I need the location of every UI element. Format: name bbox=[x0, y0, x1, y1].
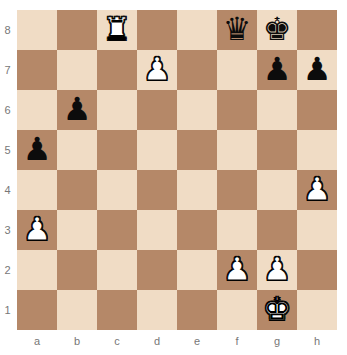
file-label-a: a bbox=[17, 331, 57, 351]
square-f3[interactable] bbox=[217, 210, 257, 250]
square-b8[interactable] bbox=[57, 10, 97, 50]
square-g2[interactable]: ♟ bbox=[257, 250, 297, 290]
square-g1[interactable]: ♚ bbox=[257, 290, 297, 330]
square-h3[interactable] bbox=[297, 210, 337, 250]
square-g7[interactable]: ♟ bbox=[257, 50, 297, 90]
rank-label-8: 8 bbox=[0, 10, 15, 50]
square-e7[interactable] bbox=[177, 50, 217, 90]
square-g8[interactable]: ♚ bbox=[257, 10, 297, 50]
square-c6[interactable] bbox=[97, 90, 137, 130]
rank-label-1: 1 bbox=[0, 290, 15, 330]
square-a5[interactable]: ♟ bbox=[17, 130, 57, 170]
square-d1[interactable] bbox=[137, 290, 177, 330]
square-b2[interactable] bbox=[57, 250, 97, 290]
square-a4[interactable] bbox=[17, 170, 57, 210]
square-h8[interactable] bbox=[297, 10, 337, 50]
square-e6[interactable] bbox=[177, 90, 217, 130]
piece-white-pawn[interactable]: ♟ bbox=[303, 173, 332, 205]
file-label-e: e bbox=[177, 331, 217, 351]
square-c8[interactable]: ♜ bbox=[97, 10, 137, 50]
file-label-f: f bbox=[217, 331, 257, 351]
square-f8[interactable]: ♛ bbox=[217, 10, 257, 50]
piece-white-pawn[interactable]: ♟ bbox=[223, 253, 252, 285]
square-f1[interactable] bbox=[217, 290, 257, 330]
piece-white-rook[interactable]: ♜ bbox=[103, 13, 132, 45]
square-f6[interactable] bbox=[217, 90, 257, 130]
square-e2[interactable] bbox=[177, 250, 217, 290]
square-b3[interactable] bbox=[57, 210, 97, 250]
rank-label-3: 3 bbox=[0, 210, 15, 250]
square-g3[interactable] bbox=[257, 210, 297, 250]
square-d4[interactable] bbox=[137, 170, 177, 210]
square-a3[interactable]: ♟ bbox=[17, 210, 57, 250]
square-d6[interactable] bbox=[137, 90, 177, 130]
rank-label-5: 5 bbox=[0, 130, 15, 170]
square-e1[interactable] bbox=[177, 290, 217, 330]
rank-label-7: 7 bbox=[0, 50, 15, 90]
square-c2[interactable] bbox=[97, 250, 137, 290]
square-e3[interactable] bbox=[177, 210, 217, 250]
chess-board-panel: 87654321 ♜♛♚♟♟♟♟♟♟♟♟♟♚ abcdefgh bbox=[0, 0, 347, 355]
file-label-b: b bbox=[57, 331, 97, 351]
square-b7[interactable] bbox=[57, 50, 97, 90]
piece-black-pawn[interactable]: ♟ bbox=[63, 93, 92, 125]
rank-label-4: 4 bbox=[0, 170, 15, 210]
square-a6[interactable] bbox=[17, 90, 57, 130]
file-label-c: c bbox=[97, 331, 137, 351]
square-h2[interactable] bbox=[297, 250, 337, 290]
square-g6[interactable] bbox=[257, 90, 297, 130]
square-c4[interactable] bbox=[97, 170, 137, 210]
square-f2[interactable]: ♟ bbox=[217, 250, 257, 290]
board: ♜♛♚♟♟♟♟♟♟♟♟♟♚ bbox=[17, 10, 337, 330]
square-d8[interactable] bbox=[137, 10, 177, 50]
piece-white-pawn[interactable]: ♟ bbox=[143, 53, 172, 85]
file-label-h: h bbox=[297, 331, 337, 351]
square-c1[interactable] bbox=[97, 290, 137, 330]
square-h1[interactable] bbox=[297, 290, 337, 330]
rank-label-2: 2 bbox=[0, 250, 15, 290]
square-b5[interactable] bbox=[57, 130, 97, 170]
piece-black-king[interactable]: ♚ bbox=[263, 13, 292, 45]
piece-white-king[interactable]: ♚ bbox=[263, 293, 292, 325]
file-label-d: d bbox=[137, 331, 177, 351]
piece-black-pawn[interactable]: ♟ bbox=[303, 53, 332, 85]
square-e5[interactable] bbox=[177, 130, 217, 170]
square-c5[interactable] bbox=[97, 130, 137, 170]
square-g4[interactable] bbox=[257, 170, 297, 210]
piece-black-queen[interactable]: ♛ bbox=[223, 13, 252, 45]
piece-black-pawn[interactable]: ♟ bbox=[263, 53, 292, 85]
square-f5[interactable] bbox=[217, 130, 257, 170]
square-d2[interactable] bbox=[137, 250, 177, 290]
square-d5[interactable] bbox=[137, 130, 177, 170]
piece-white-pawn[interactable]: ♟ bbox=[23, 213, 52, 245]
rank-labels: 87654321 bbox=[0, 10, 17, 330]
file-label-g: g bbox=[257, 331, 297, 351]
square-c3[interactable] bbox=[97, 210, 137, 250]
square-f4[interactable] bbox=[217, 170, 257, 210]
square-h5[interactable] bbox=[297, 130, 337, 170]
rank-label-6: 6 bbox=[0, 90, 15, 130]
square-h7[interactable]: ♟ bbox=[297, 50, 337, 90]
square-b1[interactable] bbox=[57, 290, 97, 330]
piece-black-pawn[interactable]: ♟ bbox=[23, 133, 52, 165]
file-labels: abcdefgh bbox=[17, 331, 337, 351]
square-a8[interactable] bbox=[17, 10, 57, 50]
square-a1[interactable] bbox=[17, 290, 57, 330]
piece-white-pawn[interactable]: ♟ bbox=[263, 253, 292, 285]
square-f7[interactable] bbox=[217, 50, 257, 90]
square-h6[interactable] bbox=[297, 90, 337, 130]
square-e8[interactable] bbox=[177, 10, 217, 50]
square-h4[interactable]: ♟ bbox=[297, 170, 337, 210]
square-d3[interactable] bbox=[137, 210, 177, 250]
square-b6[interactable]: ♟ bbox=[57, 90, 97, 130]
square-b4[interactable] bbox=[57, 170, 97, 210]
square-g5[interactable] bbox=[257, 130, 297, 170]
square-e4[interactable] bbox=[177, 170, 217, 210]
square-a7[interactable] bbox=[17, 50, 57, 90]
square-d7[interactable]: ♟ bbox=[137, 50, 177, 90]
square-a2[interactable] bbox=[17, 250, 57, 290]
square-c7[interactable] bbox=[97, 50, 137, 90]
